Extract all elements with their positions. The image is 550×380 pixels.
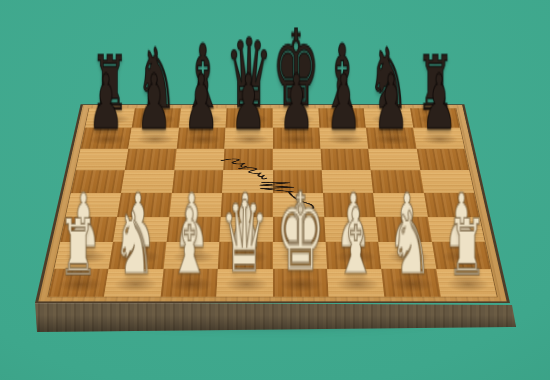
square-f6	[320, 149, 370, 171]
square-h1: ♜	[436, 269, 497, 297]
black-pawn: ♟	[374, 65, 409, 141]
board-grid: ♜♞♝♛♚♝♞♜♟♟♟♟♟♟♟♟♟♟♟♟♟♟♟♟♜♞♝♛♚♝♞♜	[48, 108, 496, 297]
square-c7: ♟	[177, 128, 226, 149]
square-h7: ♟	[413, 128, 464, 149]
black-pawn: ♟	[89, 65, 124, 141]
square-a6	[76, 149, 129, 171]
square-e7: ♟	[273, 128, 321, 149]
white-bishop: ♝	[169, 196, 210, 287]
white-rook: ♜	[447, 209, 486, 287]
white-king: ♚	[276, 179, 325, 287]
square-h6	[416, 149, 469, 171]
square-b7: ♟	[129, 128, 179, 149]
white-rook: ♜	[59, 209, 98, 287]
black-pawn: ♟	[136, 65, 171, 141]
square-g7: ♟	[366, 128, 416, 149]
square-d1: ♛	[216, 269, 272, 297]
white-queen: ♛	[220, 189, 269, 287]
white-knight: ♞	[390, 200, 432, 286]
black-pawn: ♟	[184, 65, 219, 141]
square-g6	[368, 149, 420, 171]
square-f7: ♟	[319, 128, 368, 149]
square-a1: ♜	[48, 269, 109, 297]
black-pawn: ♟	[421, 65, 456, 141]
black-pawn: ♟	[231, 65, 266, 141]
chessboard-photo: ♜♞♝♛♚♝♞♜♟♟♟♟♟♟♟♟♟♟♟♟♟♟♟♟♜♞♝♛♚♝♞♜	[0, 0, 550, 380]
square-e6	[273, 149, 322, 171]
black-pawn: ♟	[326, 65, 361, 141]
white-bishop: ♝	[335, 196, 376, 287]
square-a7: ♟	[81, 128, 132, 149]
square-f1: ♝	[327, 269, 385, 297]
square-c1: ♝	[160, 269, 218, 297]
black-pawn: ♟	[279, 65, 314, 141]
square-b1: ♞	[104, 269, 163, 297]
square-e1: ♚	[273, 269, 329, 297]
white-knight: ♞	[113, 200, 155, 286]
chess-board: ♜♞♝♛♚♝♞♜♟♟♟♟♟♟♟♟♟♟♟♟♟♟♟♟♜♞♝♛♚♝♞♜	[35, 104, 510, 303]
square-b6	[125, 149, 177, 171]
square-d7: ♟	[225, 128, 273, 149]
square-g1: ♞	[382, 269, 441, 297]
